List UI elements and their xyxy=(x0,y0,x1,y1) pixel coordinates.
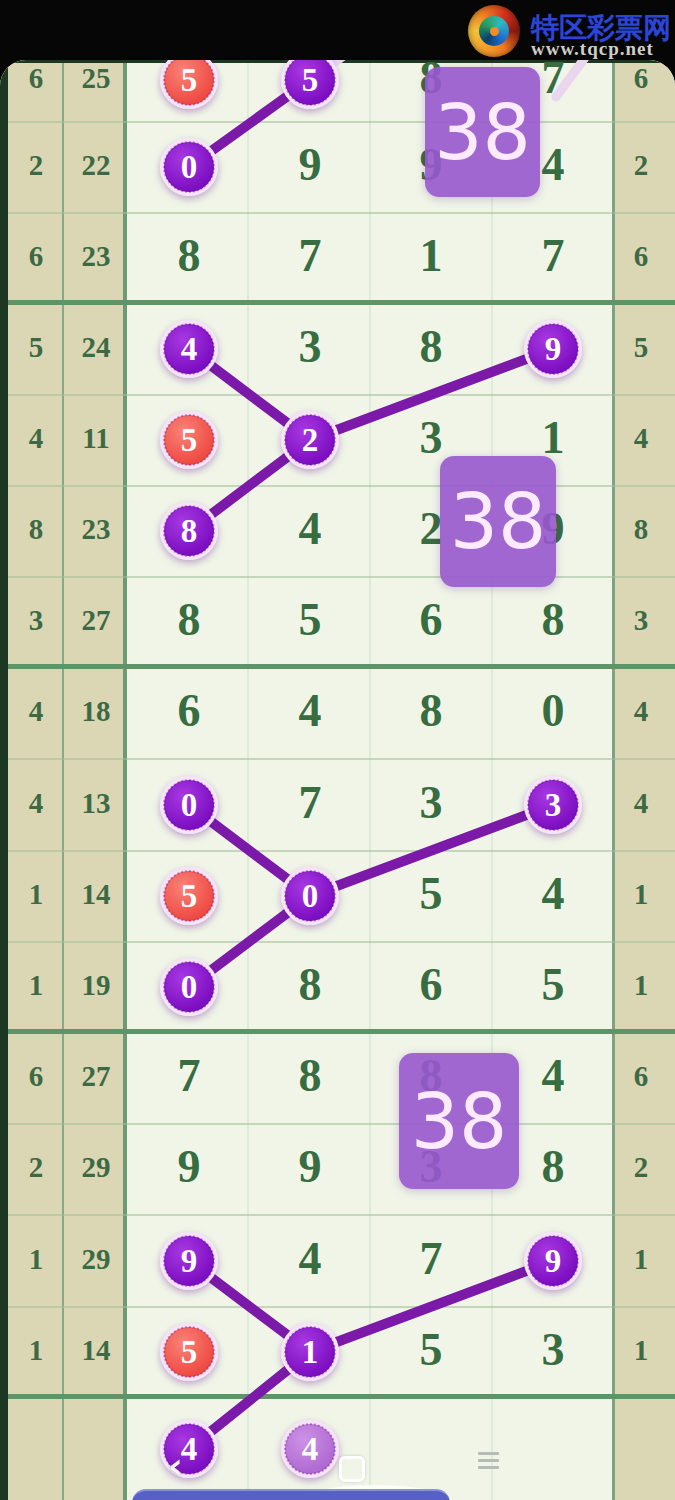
marked-digit-r11-c1: 0 xyxy=(160,958,218,1016)
marked-digit-r10-c2: 0 xyxy=(281,867,339,925)
trend-line xyxy=(310,1261,553,1352)
site-url[interactable]: www.tqcp.net xyxy=(531,38,675,60)
lottery-trend-screen: 特区彩票网 www.tqcp.net 625876222994262387176… xyxy=(0,0,675,1500)
menu-bar xyxy=(478,1459,499,1462)
marked-digit-r4-c4: 9 xyxy=(524,320,582,378)
trend-lines-layer xyxy=(0,60,675,1500)
marked-digit-r14-c1: 9 xyxy=(160,1232,218,1290)
screenshot-square-icon[interactable] xyxy=(339,1456,365,1482)
menu-bar xyxy=(478,1452,499,1455)
trend-line xyxy=(310,805,553,896)
back-icon[interactable]: ‹ xyxy=(168,1445,183,1486)
menu-handle-icon[interactable] xyxy=(478,1452,499,1473)
marked-digit-r15-c2: 1 xyxy=(281,1323,339,1381)
marked-digit-r15-c1: 5 xyxy=(160,1323,218,1381)
site-header: 特区彩票网 www.tqcp.net xyxy=(0,0,675,60)
logo-center-dot xyxy=(490,27,499,36)
marked-digit-r9-c4: 3 xyxy=(524,776,582,834)
bottom-blue-banner[interactable] xyxy=(132,1489,450,1500)
trend-line xyxy=(556,60,601,97)
marked-digit-r5-c2: 2 xyxy=(281,411,339,469)
marked-digit-r9-c1: 0 xyxy=(160,776,218,834)
marked-digit-r6-c1: 8 xyxy=(160,502,218,560)
menu-bar xyxy=(478,1466,499,1469)
marked-digit-r5-c1: 5 xyxy=(160,411,218,469)
marked-digit-r10-c1: 5 xyxy=(160,867,218,925)
marked-digit-r2-c1: 0 xyxy=(160,138,218,196)
marked-digit-r4-c1: 4 xyxy=(160,320,218,378)
marked-digit-r14-c4: 9 xyxy=(524,1232,582,1290)
trend-line xyxy=(310,349,553,440)
marked-digit-r16-c2: 4 xyxy=(281,1420,339,1478)
trend-chart-board: 6258762229942623871765243854113148234298… xyxy=(0,60,675,1500)
site-logo-icon[interactable] xyxy=(468,5,520,57)
